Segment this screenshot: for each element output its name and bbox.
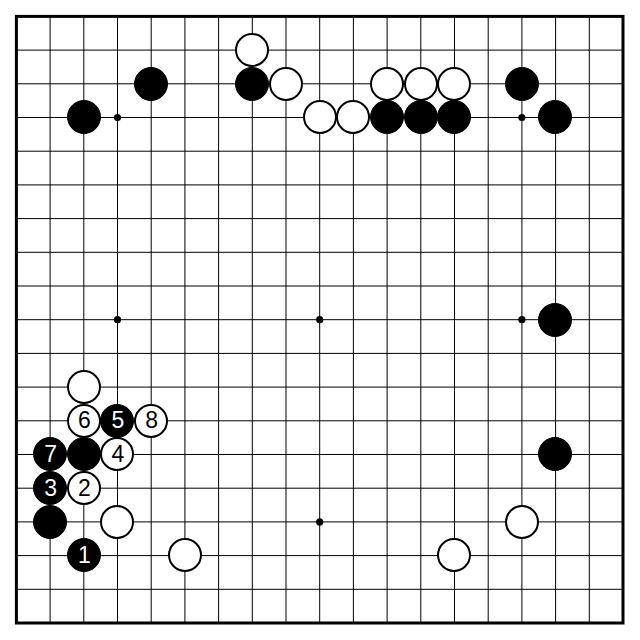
board-point [539, 101, 573, 135]
board-point [404, 101, 438, 135]
stone-white [168, 538, 202, 572]
stone-white-move-8: 8 [134, 404, 168, 438]
stone-black-move-1: 1 [67, 538, 101, 572]
board-point [269, 67, 303, 101]
board-point [404, 67, 438, 101]
stone-white [269, 67, 303, 101]
board-point [505, 67, 539, 101]
stone-black [33, 505, 67, 539]
stone-white [235, 33, 269, 67]
stone-white-move-6: 6 [67, 404, 101, 438]
stone-white-move-2: 2 [67, 471, 101, 505]
stone-white [303, 100, 337, 134]
board-point [370, 67, 404, 101]
stone-black-move-5: 5 [100, 404, 134, 438]
board-point [303, 101, 337, 135]
stone-white-move-4: 4 [100, 437, 134, 471]
board-point [168, 539, 202, 573]
board-point [370, 101, 404, 135]
stone-black-move-3: 3 [33, 471, 67, 505]
stones-layer: 12345678 [0, 0, 640, 640]
stone-black [404, 100, 438, 134]
board-point: 8 [134, 404, 168, 438]
board-point [539, 438, 573, 472]
board-point [33, 505, 67, 539]
stone-black [235, 67, 269, 101]
stone-white [437, 67, 471, 101]
stone-black [370, 100, 404, 134]
stone-white [404, 67, 438, 101]
board-point: 6 [67, 404, 101, 438]
board-point [505, 505, 539, 539]
board-point: 4 [101, 438, 135, 472]
stone-white [370, 67, 404, 101]
stone-black [67, 100, 101, 134]
board-point [438, 67, 472, 101]
board-point [235, 67, 269, 101]
board-point [438, 539, 472, 573]
board-point [235, 33, 269, 67]
board-point [67, 101, 101, 135]
stone-black [538, 100, 572, 134]
board-point [67, 370, 101, 404]
board-point [134, 67, 168, 101]
stone-white [336, 100, 370, 134]
board-point: 5 [101, 404, 135, 438]
stone-black [538, 303, 572, 337]
stone-white [67, 370, 101, 404]
board-point [336, 101, 370, 135]
board-point [101, 505, 135, 539]
stone-black [437, 100, 471, 134]
stone-black [134, 67, 168, 101]
board-point [438, 101, 472, 135]
board-point: 1 [67, 539, 101, 573]
stone-white [437, 538, 471, 572]
stone-black-move-7: 7 [33, 437, 67, 471]
board-point: 7 [33, 438, 67, 472]
board-point: 3 [33, 471, 67, 505]
board-point: 2 [67, 471, 101, 505]
stone-white [505, 505, 539, 539]
stone-black [67, 437, 101, 471]
go-board: 12345678 [0, 0, 640, 640]
stone-black [538, 437, 572, 471]
board-point [539, 303, 573, 337]
stone-black [505, 67, 539, 101]
stone-white [100, 505, 134, 539]
board-point [67, 438, 101, 472]
